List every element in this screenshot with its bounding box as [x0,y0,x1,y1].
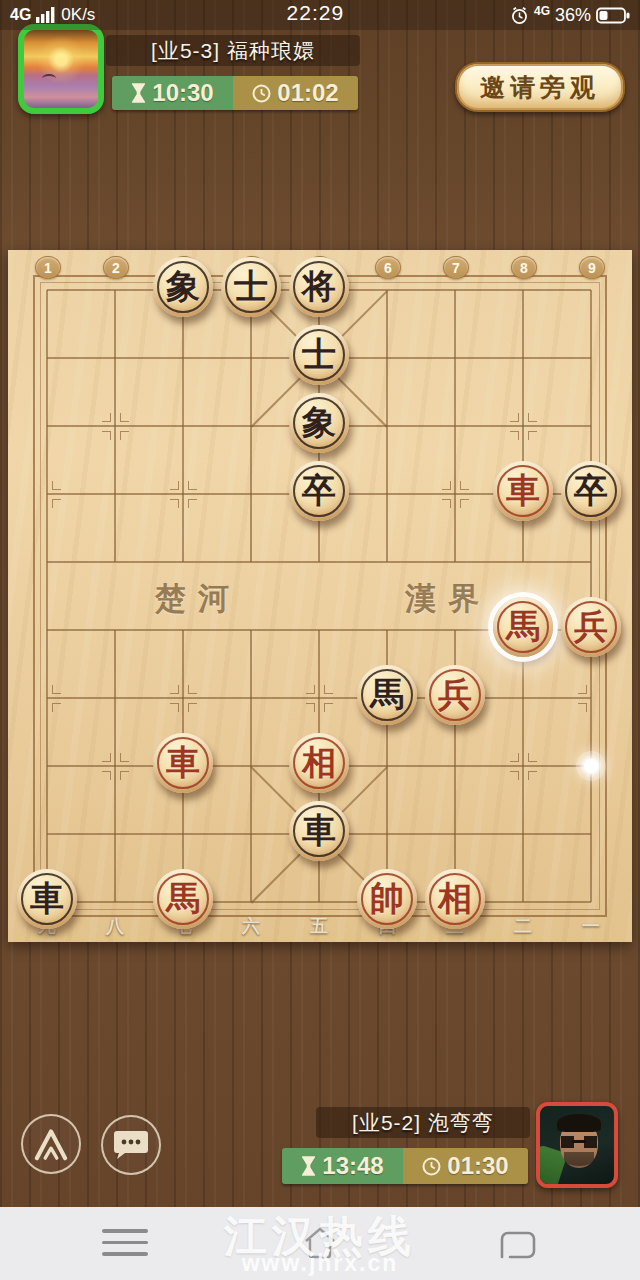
point-marker [102,771,111,780]
piece-black-horse[interactable]: 馬 [357,665,417,725]
piece-black-soldier[interactable]: 卒 [289,461,349,521]
point-marker [442,481,451,490]
piece-character: 兵 [438,678,472,712]
piece-character: 卒 [302,474,336,508]
net-badge-label: 4G [534,4,550,18]
piece-character: 馬 [506,610,540,644]
clock-time-label: 22:29 [287,1,345,25]
timer-clock-icon [252,84,271,103]
chat-button[interactable] [101,1115,161,1175]
piece-black-soldier[interactable]: 卒 [561,461,621,521]
river-label-left: 楚河 [113,578,283,620]
battery-icon [596,7,630,24]
file-label-top: 6 [375,256,401,279]
point-marker [52,703,61,712]
piece-character: 象 [302,406,336,440]
bottom-player-name: [业5-2] 泡弯弯 [316,1107,530,1138]
grid-vline [46,290,48,902]
piece-black-advisor[interactable]: 士 [289,325,349,385]
invite-spectators-button[interactable]: 邀请旁观 [455,62,625,112]
piece-red-general[interactable]: 帥 [357,869,417,929]
point-marker [578,703,587,712]
piece-black-rook[interactable]: 車 [289,801,349,861]
top-player-name: [业5-3] 福种琅嬛 [106,35,360,66]
point-marker [170,685,179,694]
point-marker [324,685,333,694]
timer-clock-icon [422,1157,441,1176]
point-marker [528,771,537,780]
top-move-timer-value: 01:02 [277,79,338,107]
last-move-origin-marker [584,759,598,773]
point-marker [52,499,61,508]
avatar-glasses [561,1136,597,1148]
piece-character: 士 [234,270,268,304]
piece-character: 車 [166,746,200,780]
piece-character: 象 [166,270,200,304]
file-label-top: 8 [511,256,537,279]
grid-vline [454,290,456,562]
point-marker [306,703,315,712]
piece-red-horse[interactable]: 馬 [153,869,213,929]
battery-fill [600,11,608,20]
file-label-top: 7 [443,256,469,279]
point-marker [528,753,537,762]
point-marker [102,413,111,422]
point-marker [120,753,129,762]
hourglass-icon [131,83,146,103]
point-marker [460,481,469,490]
piece-character: 帥 [370,882,404,916]
point-marker [324,703,333,712]
point-marker [510,413,519,422]
bottom-move-timer-value: 01:30 [447,1152,508,1180]
menu-button[interactable] [102,1229,148,1264]
status-bar: 4G 0K/s 22:29 4G 36% [0,0,640,30]
point-marker [102,431,111,440]
file-label-top: 2 [103,256,129,279]
point-marker [52,685,61,694]
file-label-top: 1 [35,256,61,279]
point-marker [442,499,451,508]
point-marker [188,703,197,712]
point-marker [578,685,587,694]
point-marker [188,499,197,508]
chat-bubble-icon [113,1129,149,1161]
bottom-player-timers: 13:48 01:30 [282,1148,528,1184]
point-marker [188,481,197,490]
file-label-bottom: 六 [236,914,266,938]
piece-black-elephant[interactable]: 象 [289,393,349,453]
point-marker [528,413,537,422]
piece-character: 車 [302,814,336,848]
bottom-game-timer-value: 13:48 [322,1152,383,1180]
piece-character: 相 [438,882,472,916]
point-marker [170,703,179,712]
piece-character: 兵 [574,610,608,644]
point-marker [170,481,179,490]
piece-character: 将 [302,270,336,304]
up-arrow-icon [31,1126,71,1162]
point-marker [528,431,537,440]
file-label-bottom: 五 [304,914,334,938]
point-marker [102,753,111,762]
piece-character: 卒 [574,474,608,508]
grid-vline [182,290,184,562]
point-marker [510,771,519,780]
file-label-top: 9 [579,256,605,279]
status-right: 4G 36% [510,5,630,26]
piece-character: 車 [30,882,64,916]
signal-strength-icon [36,7,56,23]
point-marker [120,431,129,440]
point-marker [188,685,197,694]
piece-character: 車 [506,474,540,508]
grid-vline [114,630,116,902]
home-button[interactable] [298,1221,342,1265]
alarm-clock-icon [510,6,529,25]
menu-arrow-button[interactable] [21,1114,81,1174]
piece-red-soldier[interactable]: 兵 [425,665,485,725]
bottom-move-timer: 01:30 [403,1148,528,1184]
bottom-player-avatar[interactable] [536,1102,618,1188]
network-speed-label: 0K/s [61,5,95,25]
piece-red-horse[interactable]: 馬 [493,597,553,657]
top-player-timers: 10:30 01:02 [112,76,358,110]
hourglass-icon [301,1156,316,1176]
android-nav-bar [0,1207,640,1280]
top-move-timer: 01:02 [233,76,358,110]
file-label-bottom: 二 [508,914,538,938]
piece-red-rook[interactable]: 車 [493,461,553,521]
grid-vline [114,290,116,562]
piece-black-elephant[interactable]: 象 [153,257,213,317]
top-game-timer: 10:30 [112,76,233,110]
avatar-hair [557,1114,601,1132]
xiangqi-board: 楚河漢界123456789九八七六五四三二一象士将士象卒車卒馬兵馬兵車相車車馬帥… [8,250,632,942]
network-type-label: 4G [10,6,31,24]
status-left: 4G 0K/s [10,5,95,25]
file-label-bottom: 一 [576,914,606,938]
piece-character: 馬 [370,678,404,712]
battery-percent-label: 36% [555,5,591,26]
point-marker [120,771,129,780]
point-marker [510,753,519,762]
bottom-game-timer: 13:48 [282,1148,403,1184]
piece-black-rook[interactable]: 車 [17,869,77,929]
point-marker [52,481,61,490]
top-player-avatar[interactable] [18,24,104,114]
piece-black-advisor[interactable]: 士 [221,257,281,317]
grid-vline [590,290,592,902]
file-label-bottom: 八 [100,914,130,938]
point-marker [170,499,179,508]
piece-character: 馬 [166,882,200,916]
piece-red-elephant[interactable]: 相 [425,869,485,929]
grid-vline [522,630,524,902]
point-marker [306,685,315,694]
piece-red-rook[interactable]: 車 [153,733,213,793]
piece-red-elephant[interactable]: 相 [289,733,349,793]
point-marker [460,499,469,508]
point-marker [120,413,129,422]
piece-character: 士 [302,338,336,372]
piece-black-general[interactable]: 将 [289,257,349,317]
piece-red-soldier[interactable]: 兵 [561,597,621,657]
screen: 4G 0K/s 22:29 4G 36% [业5-3] 福种琅嬛 [0,0,640,1280]
back-button[interactable] [496,1227,540,1263]
point-marker [510,431,519,440]
top-game-timer-value: 10:30 [152,79,213,107]
avatar-beard [564,1152,594,1166]
grid-vline [522,290,524,562]
piece-character: 相 [302,746,336,780]
